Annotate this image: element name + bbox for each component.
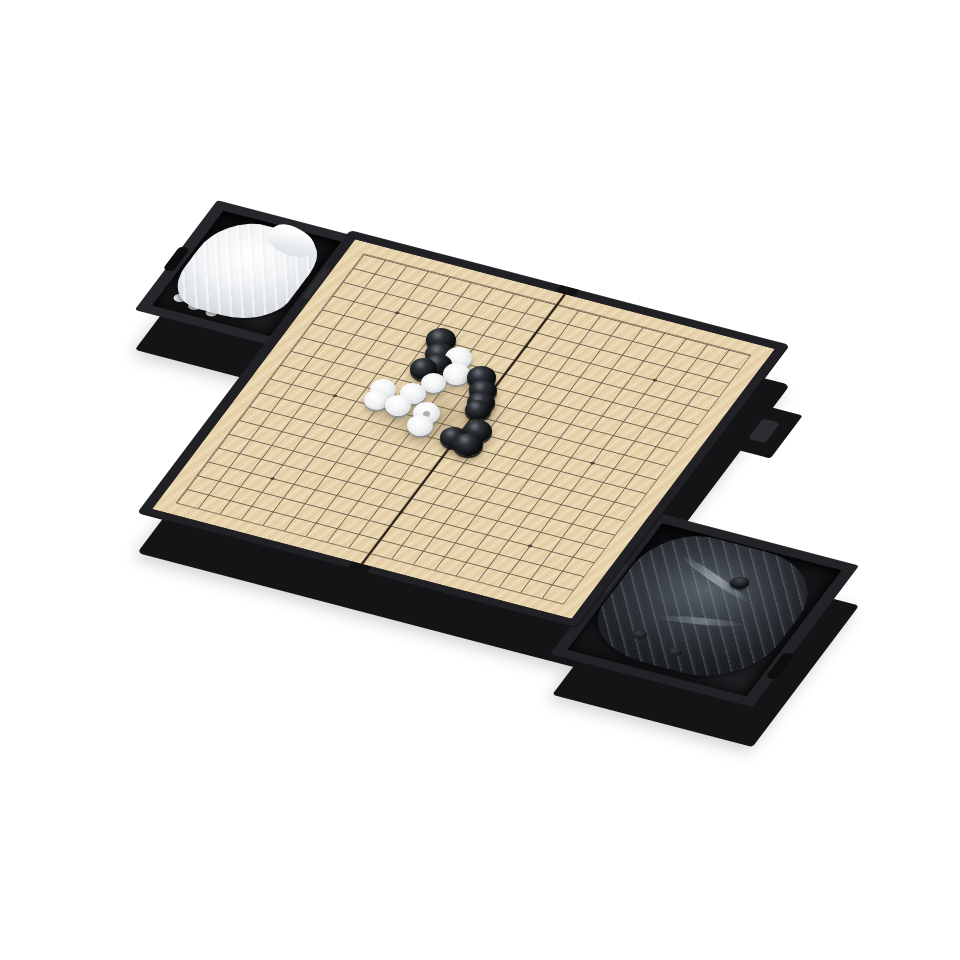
product-photo-scene: [0, 0, 960, 960]
drawer-finger-notch: [748, 418, 781, 443]
star-point: [270, 477, 276, 481]
closed-drawer-front-tab: [733, 406, 803, 459]
star-point: [590, 461, 596, 465]
star-point: [394, 311, 400, 315]
star-point: [332, 394, 338, 398]
star-point: [652, 378, 658, 382]
star-point: [527, 544, 533, 548]
